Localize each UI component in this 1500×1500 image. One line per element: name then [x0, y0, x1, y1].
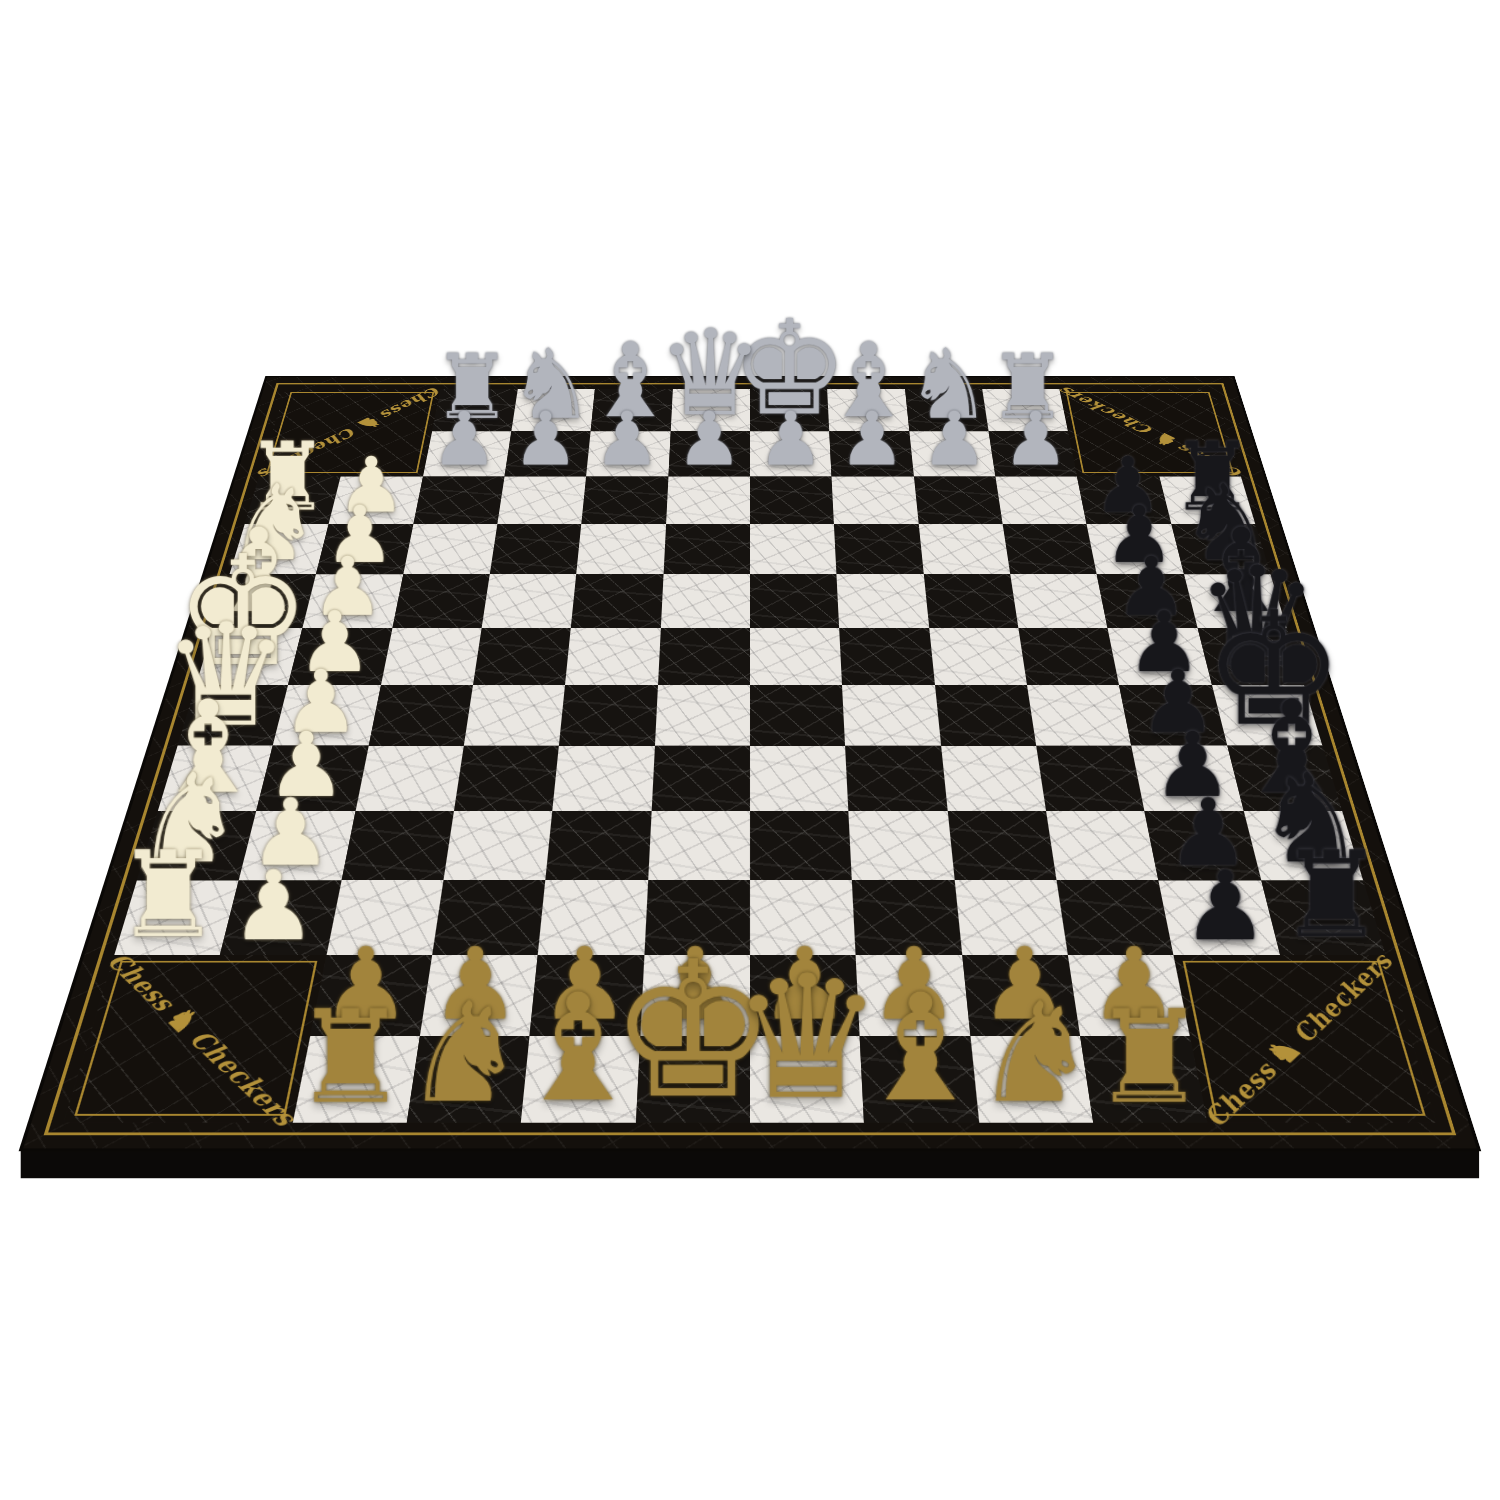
- silver-pawn[interactable]: ♟: [921, 405, 988, 473]
- square-r2c8[interactable]: ♟: [830, 431, 914, 476]
- knight-icon: ♞: [1259, 1033, 1308, 1071]
- square-r7c8[interactable]: [842, 685, 940, 746]
- corner-word-chess: Chess: [101, 948, 184, 1017]
- square-r4c7[interactable]: [750, 524, 837, 574]
- square-r12c3[interactable]: ♜: [292, 1036, 420, 1123]
- corner-word-checkers: Checkers: [1283, 948, 1399, 1048]
- square-r10c1[interactable]: ♜: [114, 880, 239, 955]
- square-r6c4[interactable]: [473, 628, 571, 685]
- silver-pawn[interactable]: ♟: [1003, 405, 1070, 473]
- square-r5c8[interactable]: [837, 574, 929, 628]
- square-r5c3[interactable]: [392, 574, 490, 628]
- square-r7c9[interactable]: [935, 685, 1037, 746]
- square-r6c5[interactable]: [565, 628, 660, 685]
- gold-knight[interactable]: ♞: [973, 990, 1097, 1117]
- square-r4c8[interactable]: [834, 524, 923, 574]
- square-r12c7[interactable]: ♛: [750, 1036, 864, 1123]
- silver-pawn[interactable]: ♟: [758, 405, 825, 473]
- square-r3c3[interactable]: [413, 476, 504, 524]
- square-r8c10[interactable]: [1036, 746, 1145, 811]
- square-r3c10[interactable]: [995, 476, 1086, 524]
- square-r8c3[interactable]: [355, 746, 464, 811]
- silver-pawn[interactable]: ♟: [513, 405, 580, 473]
- square-r7c6[interactable]: [655, 685, 750, 746]
- silver-pawn[interactable]: ♟: [594, 405, 661, 473]
- square-r8c9[interactable]: [941, 746, 1046, 811]
- square-r9c3[interactable]: [341, 811, 454, 881]
- square-r6c8[interactable]: [839, 628, 934, 685]
- square-r3c9[interactable]: [914, 476, 1003, 524]
- square-r5c5[interactable]: [571, 574, 663, 628]
- square-r5c4[interactable]: [482, 574, 577, 628]
- square-r3c8[interactable]: [832, 476, 919, 524]
- square-r9c8[interactable]: [849, 811, 955, 881]
- square-r3c6[interactable]: [666, 476, 750, 524]
- corner-patch-top-left: Chess ♞ Checkers: [259, 389, 440, 476]
- square-r3c7[interactable]: [750, 476, 834, 524]
- square-r4c6[interactable]: [663, 524, 750, 574]
- square-r8c7[interactable]: [750, 746, 849, 811]
- square-r5c9[interactable]: [923, 574, 1018, 628]
- square-r9c10[interactable]: [1046, 811, 1159, 881]
- square-r7c5[interactable]: [559, 685, 657, 746]
- square-r2c10[interactable]: ♟: [989, 431, 1078, 476]
- square-r3c5[interactable]: [582, 476, 669, 524]
- square-r4c4[interactable]: [490, 524, 582, 574]
- square-r4c5[interactable]: [576, 524, 665, 574]
- knight-icon: ♞: [1147, 430, 1182, 450]
- square-r2c5[interactable]: ♟: [586, 431, 670, 476]
- corner-patch-top-right: Chess ♞ Checkers: [1060, 389, 1241, 476]
- square-r9c4[interactable]: [443, 811, 552, 881]
- cream-rook[interactable]: ♜: [115, 841, 222, 951]
- square-r3c4[interactable]: [497, 476, 586, 524]
- square-r4c9[interactable]: [918, 524, 1010, 574]
- square-r4c3[interactable]: [403, 524, 497, 574]
- black-pawn[interactable]: ♟: [1183, 862, 1269, 950]
- silver-pawn[interactable]: ♟: [676, 405, 743, 473]
- corner-word-checkers: Checkers: [183, 1024, 306, 1131]
- gold-rook[interactable]: ♜: [293, 999, 408, 1117]
- square-r7c4[interactable]: [464, 685, 566, 746]
- square-r9c9[interactable]: [947, 811, 1056, 881]
- silver-pawn[interactable]: ♟: [839, 405, 906, 473]
- square-r8c6[interactable]: [651, 746, 750, 811]
- photo-scene: Chess ♞ Checkers Chess ♞ Checkers Chess …: [0, 0, 1500, 1500]
- square-r4c10[interactable]: [1003, 524, 1097, 574]
- square-r9c7[interactable]: [750, 811, 852, 881]
- square-r9c6[interactable]: [648, 811, 750, 881]
- cream-pawn[interactable]: ♟: [231, 862, 317, 950]
- chessboard: Chess ♞ Checkers Chess ♞ Checkers Chess …: [23, 377, 1477, 1148]
- square-r5c6[interactable]: [661, 574, 750, 628]
- square-r8c4[interactable]: [454, 746, 559, 811]
- corner-word-chess: Chess: [1194, 1056, 1284, 1132]
- square-r6c6[interactable]: [658, 628, 750, 685]
- square-r7c7[interactable]: [750, 685, 845, 746]
- corner-chess-checkers-label: Chess ♞ Checkers: [252, 385, 447, 482]
- knight-icon: ♞: [352, 414, 387, 433]
- mat-front-edge: [21, 1148, 1480, 1178]
- square-r9c5[interactable]: [546, 811, 652, 881]
- square-r2c7[interactable]: ♟: [750, 431, 832, 476]
- square-r8c8[interactable]: [845, 746, 947, 811]
- square-r10c12[interactable]: ♜: [1261, 880, 1386, 955]
- square-r6c9[interactable]: [929, 628, 1027, 685]
- square-r12c9[interactable]: ♞: [970, 1036, 1093, 1123]
- silver-pawn[interactable]: ♟: [431, 405, 498, 473]
- knight-icon: ♞: [159, 1002, 208, 1039]
- square-r6c7[interactable]: [750, 628, 842, 685]
- square-r6c10[interactable]: [1018, 628, 1119, 685]
- square-r6c3[interactable]: [381, 628, 482, 685]
- square-r7c10[interactable]: [1027, 685, 1132, 746]
- square-r8c5[interactable]: [553, 746, 655, 811]
- gold-queen[interactable]: ♛: [731, 960, 884, 1117]
- black-rook[interactable]: ♜: [1278, 841, 1385, 951]
- square-r5c10[interactable]: [1010, 574, 1108, 628]
- square-r5c7[interactable]: [750, 574, 839, 628]
- square-r2c4[interactable]: ♟: [505, 431, 591, 476]
- gold-knight[interactable]: ♞: [403, 990, 527, 1117]
- gold-rook[interactable]: ♜: [1092, 999, 1207, 1117]
- square-r2c3[interactable]: ♟: [423, 431, 512, 476]
- square-r2c6[interactable]: ♟: [668, 431, 750, 476]
- board-grid: Chess ♞ Checkers Chess ♞ Checkers Chess …: [64, 389, 1437, 1123]
- square-r12c10[interactable]: ♜: [1080, 1036, 1208, 1123]
- square-r2c9[interactable]: ♟: [909, 431, 995, 476]
- square-r7c3[interactable]: [368, 685, 473, 746]
